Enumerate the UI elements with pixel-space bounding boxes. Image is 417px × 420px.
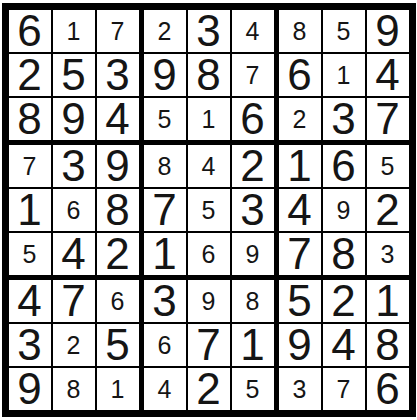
cell-r4c3[interactable]: 9 (97, 145, 139, 187)
box-1-0: 739168542 (9, 145, 139, 275)
cell-r5c3[interactable]: 8 (97, 189, 139, 231)
cell-r1c3[interactable]: 7 (97, 10, 139, 52)
cell-r9c7[interactable]: 3 (279, 368, 321, 410)
cell-r9c5[interactable]: 2 (188, 368, 230, 410)
box-1-1: 842753169 (144, 145, 274, 275)
cell-r3c2[interactable]: 9 (53, 98, 95, 140)
cell-r5c4[interactable]: 7 (144, 189, 186, 231)
cell-r9c8[interactable]: 7 (323, 368, 365, 410)
cell-r1c9[interactable]: 9 (367, 10, 409, 52)
cell-r6c3[interactable]: 2 (97, 233, 139, 275)
cell-r9c2[interactable]: 8 (53, 368, 95, 410)
cell-r3c3[interactable]: 4 (97, 98, 139, 140)
cell-r7c1[interactable]: 4 (9, 280, 51, 322)
cell-r1c5[interactable]: 3 (188, 10, 230, 52)
cell-r2c5[interactable]: 8 (188, 54, 230, 96)
cell-r4c9[interactable]: 5 (367, 145, 409, 187)
cell-r9c9[interactable]: 6 (367, 368, 409, 410)
cell-r7c6[interactable]: 8 (232, 280, 274, 322)
cell-r7c3[interactable]: 6 (97, 280, 139, 322)
cell-r8c3[interactable]: 5 (97, 324, 139, 366)
box-0-2: 859614237 (279, 10, 409, 140)
cell-r2c4[interactable]: 9 (144, 54, 186, 96)
cell-r8c6[interactable]: 1 (232, 324, 274, 366)
cell-r8c7[interactable]: 9 (279, 324, 321, 366)
box-2-0: 476325981 (9, 280, 139, 410)
cell-r5c7[interactable]: 4 (279, 189, 321, 231)
cell-r9c4[interactable]: 4 (144, 368, 186, 410)
cell-r1c7[interactable]: 8 (279, 10, 321, 52)
cell-r7c9[interactable]: 1 (367, 280, 409, 322)
cell-r6c8[interactable]: 8 (323, 233, 365, 275)
cell-r9c6[interactable]: 5 (232, 368, 274, 410)
cell-r2c6[interactable]: 7 (232, 54, 274, 96)
cell-r3c7[interactable]: 2 (279, 98, 321, 140)
cell-r6c9[interactable]: 3 (367, 233, 409, 275)
cell-r3c4[interactable]: 5 (144, 98, 186, 140)
cell-r3c1[interactable]: 8 (9, 98, 51, 140)
cell-r5c1[interactable]: 1 (9, 189, 51, 231)
cell-r6c7[interactable]: 7 (279, 233, 321, 275)
box-1-2: 165492783 (279, 145, 409, 275)
cell-r4c8[interactable]: 6 (323, 145, 365, 187)
cell-r2c3[interactable]: 3 (97, 54, 139, 96)
cell-r1c8[interactable]: 5 (323, 10, 365, 52)
cell-r2c8[interactable]: 1 (323, 54, 365, 96)
cell-r8c2[interactable]: 2 (53, 324, 95, 366)
cell-r9c1[interactable]: 9 (9, 368, 51, 410)
cell-r5c2[interactable]: 6 (53, 189, 95, 231)
cell-r3c8[interactable]: 3 (323, 98, 365, 140)
cell-r4c7[interactable]: 1 (279, 145, 321, 187)
cell-r6c6[interactable]: 9 (232, 233, 274, 275)
cell-r3c9[interactable]: 7 (367, 98, 409, 140)
cell-r8c8[interactable]: 4 (323, 324, 365, 366)
cell-r7c4[interactable]: 3 (144, 280, 186, 322)
box-2-1: 398671425 (144, 280, 274, 410)
box-0-0: 617253894 (9, 10, 139, 140)
cell-r2c7[interactable]: 6 (279, 54, 321, 96)
cell-r1c6[interactable]: 4 (232, 10, 274, 52)
cell-r5c8[interactable]: 9 (323, 189, 365, 231)
cell-r2c1[interactable]: 2 (9, 54, 51, 96)
cell-r4c6[interactable]: 2 (232, 145, 274, 187)
cell-r1c2[interactable]: 1 (53, 10, 95, 52)
cell-r7c7[interactable]: 5 (279, 280, 321, 322)
cell-r3c5[interactable]: 1 (188, 98, 230, 140)
cell-r8c9[interactable]: 8 (367, 324, 409, 366)
cell-r5c9[interactable]: 2 (367, 189, 409, 231)
cell-r9c3[interactable]: 1 (97, 368, 139, 410)
cell-r7c2[interactable]: 7 (53, 280, 95, 322)
cell-r6c4[interactable]: 1 (144, 233, 186, 275)
page: 6172538942349875168596142377391685428427… (0, 0, 417, 420)
box-0-1: 234987516 (144, 10, 274, 140)
cell-r6c2[interactable]: 4 (53, 233, 95, 275)
box-2-2: 521948376 (279, 280, 409, 410)
cell-r6c1[interactable]: 5 (9, 233, 51, 275)
cell-r2c2[interactable]: 5 (53, 54, 95, 96)
cell-r8c1[interactable]: 3 (9, 324, 51, 366)
cell-r8c5[interactable]: 7 (188, 324, 230, 366)
cell-r4c2[interactable]: 3 (53, 145, 95, 187)
cell-r5c6[interactable]: 3 (232, 189, 274, 231)
sudoku-board: 6172538942349875168596142377391685428427… (2, 3, 416, 417)
cell-r4c5[interactable]: 4 (188, 145, 230, 187)
cell-r1c4[interactable]: 2 (144, 10, 186, 52)
cell-r8c4[interactable]: 6 (144, 324, 186, 366)
cell-r6c5[interactable]: 6 (188, 233, 230, 275)
cell-r4c4[interactable]: 8 (144, 145, 186, 187)
cell-r7c8[interactable]: 2 (323, 280, 365, 322)
cell-r1c1[interactable]: 6 (9, 10, 51, 52)
cell-r2c9[interactable]: 4 (367, 54, 409, 96)
cell-r5c5[interactable]: 5 (188, 189, 230, 231)
cell-r4c1[interactable]: 7 (9, 145, 51, 187)
cell-r3c6[interactable]: 6 (232, 98, 274, 140)
cell-r7c5[interactable]: 9 (188, 280, 230, 322)
